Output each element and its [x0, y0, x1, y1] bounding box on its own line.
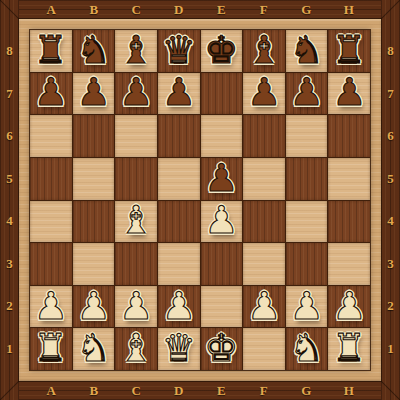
square-c8[interactable]: ♝ [115, 30, 157, 72]
square-a8[interactable]: ♜ [30, 30, 72, 72]
piece-black-pawn[interactable]: ♟ [247, 73, 281, 111]
piece-white-pawn[interactable]: ♟ [290, 287, 324, 325]
file-label-top-a: A [30, 0, 73, 19]
rank-label-right-6: 6 [381, 115, 400, 158]
square-h2[interactable]: ♟ [328, 286, 370, 328]
rank-label-right-1: 1 [381, 328, 400, 371]
square-h5[interactable] [328, 158, 370, 200]
frame-corner-seam-br [381, 381, 400, 400]
square-g4[interactable] [286, 201, 328, 243]
square-g8[interactable]: ♞ [286, 30, 328, 72]
square-a7[interactable]: ♟ [30, 73, 72, 115]
board-squares: ♜♞♝♛♚♝♞♜♟♟♟♟♟♟♟♟♝♟♟♟♟♟♟♟♟♜♞♝♛♚♞♜ [30, 30, 370, 370]
square-f7[interactable]: ♟ [243, 73, 285, 115]
piece-black-pawn[interactable]: ♟ [204, 159, 238, 197]
square-e8[interactable]: ♚ [201, 30, 243, 72]
file-label-bottom-d: D [158, 381, 201, 400]
file-label-bottom-b: B [73, 381, 116, 400]
rank-label-right-5: 5 [381, 158, 400, 201]
square-b3[interactable] [73, 243, 115, 285]
piece-black-bishop[interactable]: ♝ [119, 31, 153, 69]
rank-label-right-8: 8 [381, 30, 400, 73]
file-label-bottom-f: F [243, 381, 286, 400]
piece-black-knight[interactable]: ♞ [290, 31, 324, 69]
piece-white-pawn[interactable]: ♟ [162, 287, 196, 325]
square-f3[interactable] [243, 243, 285, 285]
piece-black-pawn[interactable]: ♟ [34, 73, 68, 111]
piece-black-pawn[interactable]: ♟ [162, 73, 196, 111]
square-b4[interactable] [73, 201, 115, 243]
square-a5[interactable] [30, 158, 72, 200]
piece-black-king[interactable]: ♚ [204, 31, 238, 69]
piece-black-pawn[interactable]: ♟ [119, 73, 153, 111]
file-label-top-g: G [285, 0, 328, 19]
square-h6[interactable] [328, 115, 370, 157]
square-e3[interactable] [201, 243, 243, 285]
square-f5[interactable] [243, 158, 285, 200]
square-g5[interactable] [286, 158, 328, 200]
frame-corner-seam-tl [0, 0, 19, 19]
square-b6[interactable] [73, 115, 115, 157]
piece-white-knight[interactable]: ♞ [290, 329, 324, 367]
file-label-top-h: H [328, 0, 371, 19]
square-c5[interactable] [115, 158, 157, 200]
piece-white-queen[interactable]: ♛ [162, 329, 196, 367]
piece-black-rook[interactable]: ♜ [332, 31, 366, 69]
piece-black-knight[interactable]: ♞ [76, 31, 110, 69]
piece-white-pawn[interactable]: ♟ [119, 287, 153, 325]
square-c2[interactable]: ♟ [115, 286, 157, 328]
square-b7[interactable]: ♟ [73, 73, 115, 115]
square-b8[interactable]: ♞ [73, 30, 115, 72]
file-label-bottom-c: C [115, 381, 158, 400]
square-a2[interactable]: ♟ [30, 286, 72, 328]
square-h7[interactable]: ♟ [328, 73, 370, 115]
square-f6[interactable] [243, 115, 285, 157]
file-label-top-f: F [243, 0, 286, 19]
square-e7[interactable] [201, 73, 243, 115]
square-f1[interactable] [243, 328, 285, 370]
file-label-top-c: C [115, 0, 158, 19]
rank-label-left-2: 2 [0, 285, 19, 328]
square-a1[interactable]: ♜ [30, 328, 72, 370]
piece-white-bishop[interactable]: ♝ [119, 201, 153, 239]
square-d5[interactable] [158, 158, 200, 200]
square-h8[interactable]: ♜ [328, 30, 370, 72]
frame-corner-seam-tr [381, 0, 400, 19]
file-label-top-b: B [73, 0, 116, 19]
square-f2[interactable]: ♟ [243, 286, 285, 328]
rank-labels-left: 87654321 [0, 30, 19, 370]
piece-black-bishop[interactable]: ♝ [247, 31, 281, 69]
square-d7[interactable]: ♟ [158, 73, 200, 115]
square-d8[interactable]: ♛ [158, 30, 200, 72]
square-b2[interactable]: ♟ [73, 286, 115, 328]
rank-label-left-5: 5 [0, 158, 19, 201]
piece-white-pawn[interactable]: ♟ [76, 287, 110, 325]
piece-white-pawn[interactable]: ♟ [332, 287, 366, 325]
square-f4[interactable] [243, 201, 285, 243]
rank-label-right-7: 7 [381, 73, 400, 116]
square-g2[interactable]: ♟ [286, 286, 328, 328]
square-c4[interactable]: ♝ [115, 201, 157, 243]
piece-black-rook[interactable]: ♜ [34, 31, 68, 69]
piece-white-pawn[interactable]: ♟ [247, 287, 281, 325]
square-h3[interactable] [328, 243, 370, 285]
rank-label-right-3: 3 [381, 243, 400, 286]
square-h4[interactable] [328, 201, 370, 243]
file-labels-bottom: ABCDEFGH [30, 381, 370, 400]
piece-black-pawn[interactable]: ♟ [332, 73, 366, 111]
square-c6[interactable] [115, 115, 157, 157]
rank-labels-right: 87654321 [381, 30, 400, 370]
piece-white-pawn[interactable]: ♟ [34, 287, 68, 325]
square-e2[interactable] [201, 286, 243, 328]
square-a3[interactable] [30, 243, 72, 285]
piece-white-rook[interactable]: ♜ [332, 329, 366, 367]
square-g3[interactable] [286, 243, 328, 285]
rank-label-right-4: 4 [381, 200, 400, 243]
rank-label-left-6: 6 [0, 115, 19, 158]
square-a6[interactable] [30, 115, 72, 157]
file-label-bottom-a: A [30, 381, 73, 400]
rank-label-left-4: 4 [0, 200, 19, 243]
rank-label-left-3: 3 [0, 243, 19, 286]
square-c7[interactable]: ♟ [115, 73, 157, 115]
square-c3[interactable] [115, 243, 157, 285]
file-label-top-d: D [158, 0, 201, 19]
square-e1[interactable]: ♚ [201, 328, 243, 370]
square-e5[interactable]: ♟ [201, 158, 243, 200]
rank-label-left-7: 7 [0, 73, 19, 116]
square-d2[interactable]: ♟ [158, 286, 200, 328]
square-c1[interactable]: ♝ [115, 328, 157, 370]
square-g6[interactable] [286, 115, 328, 157]
file-label-top-e: E [200, 0, 243, 19]
square-h1[interactable]: ♜ [328, 328, 370, 370]
file-labels-top: ABCDEFGH [30, 0, 370, 19]
square-g1[interactable]: ♞ [286, 328, 328, 370]
square-b5[interactable] [73, 158, 115, 200]
file-label-bottom-e: E [200, 381, 243, 400]
piece-white-bishop[interactable]: ♝ [119, 329, 153, 367]
piece-white-rook[interactable]: ♜ [34, 329, 68, 367]
square-e4[interactable]: ♟ [201, 201, 243, 243]
square-e6[interactable] [201, 115, 243, 157]
piece-white-knight[interactable]: ♞ [76, 329, 110, 367]
square-d3[interactable] [158, 243, 200, 285]
file-label-bottom-h: H [328, 381, 371, 400]
square-b1[interactable]: ♞ [73, 328, 115, 370]
frame-corner-seam-bl [0, 381, 19, 400]
square-d6[interactable] [158, 115, 200, 157]
square-f8[interactable]: ♝ [243, 30, 285, 72]
piece-black-queen[interactable]: ♛ [162, 31, 196, 69]
chess-board: ABCDEFGH ABCDEFGH 87654321 87654321 ♜♞♝♛… [0, 0, 400, 400]
square-a4[interactable] [30, 201, 72, 243]
rank-label-left-8: 8 [0, 30, 19, 73]
piece-white-king[interactable]: ♚ [204, 329, 238, 367]
rank-label-right-2: 2 [381, 285, 400, 328]
square-d4[interactable] [158, 201, 200, 243]
piece-black-pawn[interactable]: ♟ [76, 73, 110, 111]
file-label-bottom-g: G [285, 381, 328, 400]
piece-white-pawn[interactable]: ♟ [204, 201, 238, 239]
piece-black-pawn[interactable]: ♟ [290, 73, 324, 111]
square-g7[interactable]: ♟ [286, 73, 328, 115]
square-d1[interactable]: ♛ [158, 328, 200, 370]
rank-label-left-1: 1 [0, 328, 19, 371]
